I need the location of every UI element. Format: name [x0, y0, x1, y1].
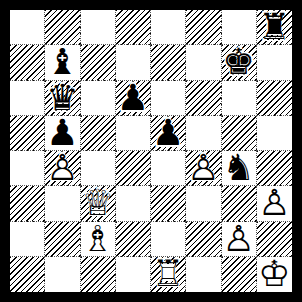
square-h1[interactable]: ♚♔ — [257, 257, 292, 292]
square-c3[interactable]: ♛♕ — [81, 186, 116, 221]
square-c6[interactable] — [81, 81, 116, 116]
square-a6[interactable] — [10, 81, 45, 116]
black-pawn-icon: ♟ — [46, 116, 78, 151]
square-f4[interactable]: ♟♙ — [186, 151, 221, 186]
piece-white-pawn: ♟♙ — [257, 186, 292, 220]
square-b7[interactable]: ♝♝ — [45, 45, 80, 80]
square-h7[interactable] — [257, 45, 292, 80]
square-d8[interactable] — [116, 10, 151, 45]
square-e5[interactable]: ♟♟ — [151, 116, 186, 151]
square-d7[interactable] — [116, 45, 151, 80]
square-a3[interactable] — [10, 186, 45, 221]
square-f5[interactable] — [186, 116, 221, 151]
square-d3[interactable] — [116, 186, 151, 221]
square-f6[interactable] — [186, 81, 221, 116]
square-h5[interactable] — [257, 116, 292, 151]
square-h8[interactable]: ♜♜ — [257, 10, 292, 45]
black-queen-icon: ♛ — [46, 81, 78, 116]
black-pawn-icon: ♟ — [117, 81, 149, 116]
square-c2[interactable]: ♝♗ — [81, 222, 116, 257]
square-g1[interactable] — [222, 257, 257, 292]
square-b1[interactable] — [45, 257, 80, 292]
square-g5[interactable] — [222, 116, 257, 151]
piece-white-pawn: ♟♙ — [222, 222, 256, 256]
square-g2[interactable]: ♟♙ — [222, 222, 257, 257]
square-a1[interactable] — [10, 257, 45, 292]
square-f7[interactable] — [186, 45, 221, 80]
square-b5[interactable]: ♟♟ — [45, 116, 80, 151]
square-b8[interactable] — [45, 10, 80, 45]
piece-black-queen: ♛♛ — [45, 81, 79, 115]
piece-black-rook: ♜♜ — [257, 10, 292, 44]
square-g7[interactable]: ♚♚ — [222, 45, 257, 80]
piece-black-knight: ♞♞ — [222, 151, 256, 185]
square-e1[interactable]: ♜♖ — [151, 257, 186, 292]
white-pawn-icon: ♙ — [187, 151, 219, 186]
square-a8[interactable] — [10, 10, 45, 45]
square-d6[interactable]: ♟♟ — [116, 81, 151, 116]
square-b2[interactable] — [45, 222, 80, 257]
black-rook-icon: ♜ — [258, 10, 290, 45]
square-h2[interactable] — [257, 222, 292, 257]
square-c4[interactable] — [81, 151, 116, 186]
square-d1[interactable] — [116, 257, 151, 292]
piece-black-pawn: ♟♟ — [116, 81, 150, 115]
square-e2[interactable] — [151, 222, 186, 257]
piece-black-king: ♚♚ — [222, 45, 256, 79]
piece-white-queen: ♛♕ — [81, 186, 115, 220]
white-king-icon: ♔ — [258, 257, 290, 292]
square-c1[interactable] — [81, 257, 116, 292]
square-g8[interactable] — [222, 10, 257, 45]
white-pawn-icon: ♙ — [258, 186, 290, 221]
white-queen-icon: ♕ — [81, 186, 113, 221]
square-e8[interactable] — [151, 10, 186, 45]
square-h3[interactable]: ♟♙ — [257, 186, 292, 221]
square-f3[interactable] — [186, 186, 221, 221]
black-bishop-icon: ♝ — [46, 45, 78, 80]
square-d2[interactable] — [116, 222, 151, 257]
square-f8[interactable] — [186, 10, 221, 45]
board-frame: ♜♜♝♝♚♚♛♛♟♟♟♟♟♟♟♙♟♙♞♞♛♕♟♙♝♗♟♙♜♖♚♔ — [0, 0, 302, 302]
square-e7[interactable] — [151, 45, 186, 80]
white-bishop-icon: ♗ — [81, 222, 113, 257]
square-e3[interactable] — [151, 186, 186, 221]
piece-white-pawn: ♟♙ — [45, 151, 79, 185]
square-d5[interactable] — [116, 116, 151, 151]
piece-white-king: ♚♔ — [257, 257, 292, 292]
black-king-icon: ♚ — [222, 45, 254, 80]
square-b4[interactable]: ♟♙ — [45, 151, 80, 186]
square-h4[interactable] — [257, 151, 292, 186]
square-c8[interactable] — [81, 10, 116, 45]
white-pawn-icon: ♙ — [222, 222, 254, 257]
black-knight-icon: ♞ — [222, 151, 254, 186]
square-f2[interactable] — [186, 222, 221, 257]
square-c7[interactable] — [81, 45, 116, 80]
square-h6[interactable] — [257, 81, 292, 116]
piece-black-bishop: ♝♝ — [45, 45, 79, 79]
square-a2[interactable] — [10, 222, 45, 257]
square-g4[interactable]: ♞♞ — [222, 151, 257, 186]
square-g3[interactable] — [222, 186, 257, 221]
piece-white-pawn: ♟♙ — [186, 151, 220, 185]
piece-black-pawn: ♟♟ — [151, 116, 185, 150]
square-c5[interactable] — [81, 116, 116, 151]
square-b3[interactable] — [45, 186, 80, 221]
square-a7[interactable] — [10, 45, 45, 80]
black-pawn-icon: ♟ — [152, 116, 184, 151]
piece-white-bishop: ♝♗ — [81, 222, 115, 256]
square-f1[interactable] — [186, 257, 221, 292]
square-a5[interactable] — [10, 116, 45, 151]
square-e6[interactable] — [151, 81, 186, 116]
square-e4[interactable] — [151, 151, 186, 186]
square-a4[interactable] — [10, 151, 45, 186]
piece-black-pawn: ♟♟ — [45, 116, 79, 150]
square-d4[interactable] — [116, 151, 151, 186]
piece-white-rook: ♜♖ — [151, 257, 185, 292]
square-b6[interactable]: ♛♛ — [45, 81, 80, 116]
white-rook-icon: ♖ — [152, 257, 184, 292]
square-g6[interactable] — [222, 81, 257, 116]
chess-board: ♜♜♝♝♚♚♛♛♟♟♟♟♟♟♟♙♟♙♞♞♛♕♟♙♝♗♟♙♜♖♚♔ — [10, 10, 292, 292]
white-pawn-icon: ♙ — [46, 151, 78, 186]
